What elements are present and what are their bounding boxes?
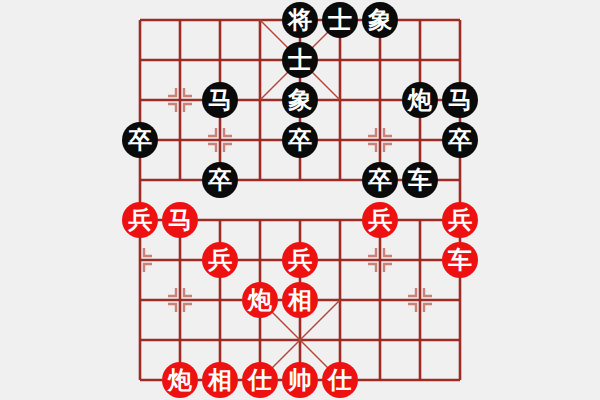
piece-black-卒[interactable]: 卒 (282, 122, 318, 158)
piece-black-车[interactable]: 车 (402, 162, 438, 198)
piece-black-卒[interactable]: 卒 (362, 162, 398, 198)
pieces-layer: 将士象士马象炮马卒卒卒卒卒车兵马兵兵兵兵车炮相炮相仕帅仕 (0, 0, 600, 400)
piece-red-相[interactable]: 相 (202, 362, 238, 398)
piece-red-相[interactable]: 相 (282, 282, 318, 318)
piece-red-马[interactable]: 马 (162, 202, 198, 238)
piece-black-卒[interactable]: 卒 (202, 162, 238, 198)
xiangqi-app: 将士象士马象炮马卒卒卒卒卒车兵马兵兵兵兵车炮相炮相仕帅仕 (0, 0, 600, 400)
piece-red-仕[interactable]: 仕 (242, 362, 278, 398)
piece-red-车[interactable]: 车 (442, 242, 478, 278)
piece-red-兵[interactable]: 兵 (282, 242, 318, 278)
piece-red-炮[interactable]: 炮 (242, 282, 278, 318)
piece-black-炮[interactable]: 炮 (402, 82, 438, 118)
piece-red-兵[interactable]: 兵 (202, 242, 238, 278)
piece-black-马[interactable]: 马 (442, 82, 478, 118)
piece-black-象[interactable]: 象 (362, 2, 398, 38)
piece-red-兵[interactable]: 兵 (362, 202, 398, 238)
piece-red-炮[interactable]: 炮 (162, 362, 198, 398)
piece-red-仕[interactable]: 仕 (322, 362, 358, 398)
piece-black-马[interactable]: 马 (202, 82, 238, 118)
piece-red-兵[interactable]: 兵 (122, 202, 158, 238)
piece-black-士[interactable]: 士 (282, 42, 318, 78)
piece-black-将[interactable]: 将 (282, 2, 318, 38)
piece-black-卒[interactable]: 卒 (442, 122, 478, 158)
piece-black-象[interactable]: 象 (282, 82, 318, 118)
piece-red-帅[interactable]: 帅 (282, 362, 318, 398)
piece-black-士[interactable]: 士 (322, 2, 358, 38)
xiangqi-board: 将士象士马象炮马卒卒卒卒卒车兵马兵兵兵兵车炮相炮相仕帅仕 (0, 0, 600, 400)
piece-red-兵[interactable]: 兵 (442, 202, 478, 238)
piece-black-卒[interactable]: 卒 (122, 122, 158, 158)
